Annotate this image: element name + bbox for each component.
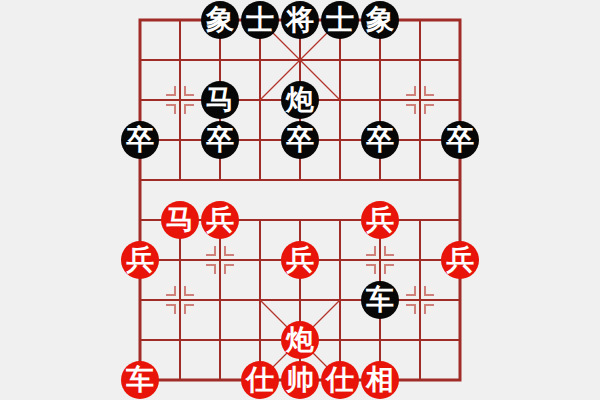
red-soldier[interactable]: 兵	[441, 241, 479, 279]
red-soldier[interactable]: 兵	[281, 241, 319, 279]
red-horse[interactable]: 马	[161, 201, 199, 239]
black-elephant[interactable]: 象	[361, 1, 399, 39]
red-soldier[interactable]: 兵	[361, 201, 399, 239]
red-general[interactable]: 帅	[281, 361, 319, 399]
black-soldier[interactable]: 卒	[361, 121, 399, 159]
black-soldier[interactable]: 卒	[281, 121, 319, 159]
red-elephant[interactable]: 相	[361, 361, 399, 399]
black-general[interactable]: 将	[281, 1, 319, 39]
black-advisor[interactable]: 士	[321, 1, 359, 39]
red-chariot[interactable]: 车	[121, 361, 159, 399]
red-advisor[interactable]: 仕	[241, 361, 279, 399]
red-soldier[interactable]: 兵	[201, 201, 239, 239]
black-soldier[interactable]: 卒	[441, 121, 479, 159]
red-soldier[interactable]: 兵	[121, 241, 159, 279]
black-horse[interactable]: 马	[201, 81, 239, 119]
pieces-layer: 象士将士象马炮卒卒卒卒卒马兵兵兵兵兵车炮车仕帅仕相	[120, 0, 480, 400]
black-chariot[interactable]: 车	[361, 281, 399, 319]
black-advisor[interactable]: 士	[241, 1, 279, 39]
red-cannon[interactable]: 炮	[281, 321, 319, 359]
black-soldier[interactable]: 卒	[121, 121, 159, 159]
red-advisor[interactable]: 仕	[321, 361, 359, 399]
xiangqi-board-screen: 象士将士象马炮卒卒卒卒卒马兵兵兵兵兵车炮车仕帅仕相	[0, 0, 600, 400]
black-elephant[interactable]: 象	[201, 1, 239, 39]
black-soldier[interactable]: 卒	[201, 121, 239, 159]
black-cannon[interactable]: 炮	[281, 81, 319, 119]
